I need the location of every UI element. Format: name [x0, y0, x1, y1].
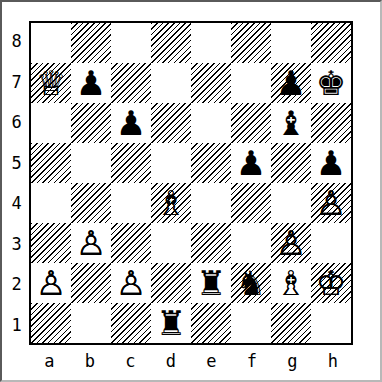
- square-g2[interactable]: ♗: [271, 263, 311, 303]
- file-label-h: h: [313, 346, 354, 376]
- square-d5[interactable]: [151, 143, 191, 183]
- square-h6[interactable]: [311, 103, 351, 143]
- rank-label-8: 8: [6, 21, 27, 62]
- square-d8[interactable]: [151, 23, 191, 63]
- square-h2[interactable]: ♔: [311, 263, 351, 303]
- rank-label-4: 4: [6, 183, 27, 224]
- square-c4[interactable]: [111, 183, 151, 223]
- rank-label-3: 3: [6, 224, 27, 265]
- square-c2[interactable]: ♙: [111, 263, 151, 303]
- square-g1[interactable]: [271, 303, 311, 343]
- black-pawn: ♟: [236, 143, 266, 183]
- black-knight: ♞: [236, 263, 266, 303]
- white-pawn: ♙: [76, 223, 106, 263]
- square-b3[interactable]: ♙: [71, 223, 111, 263]
- black-pawn: ♟: [316, 143, 346, 183]
- white-bishop: ♗: [156, 183, 186, 223]
- black-rook: ♜: [196, 263, 226, 303]
- square-a2[interactable]: ♙: [31, 263, 71, 303]
- rank-label-7: 7: [6, 62, 27, 103]
- square-h1[interactable]: [311, 303, 351, 343]
- square-b5[interactable]: [71, 143, 111, 183]
- square-b7[interactable]: ♟: [71, 63, 111, 103]
- square-a8[interactable]: [31, 23, 71, 63]
- square-c8[interactable]: [111, 23, 151, 63]
- square-a4[interactable]: [31, 183, 71, 223]
- square-e8[interactable]: [191, 23, 231, 63]
- rank-label-1: 1: [6, 305, 27, 346]
- square-e2[interactable]: ♜: [191, 263, 231, 303]
- square-g8[interactable]: [271, 23, 311, 63]
- square-f3[interactable]: [231, 223, 271, 263]
- white-queen: ♕: [36, 63, 66, 103]
- square-c6[interactable]: ♟: [111, 103, 151, 143]
- square-f4[interactable]: [231, 183, 271, 223]
- square-f1[interactable]: [231, 303, 271, 343]
- square-d4[interactable]: ♗: [151, 183, 191, 223]
- square-h8[interactable]: [311, 23, 351, 63]
- square-d7[interactable]: [151, 63, 191, 103]
- white-bishop: ♗: [276, 263, 306, 303]
- square-a5[interactable]: [31, 143, 71, 183]
- square-e5[interactable]: [191, 143, 231, 183]
- file-label-g: g: [272, 346, 313, 376]
- rank-label-2: 2: [6, 264, 27, 305]
- square-h3[interactable]: [311, 223, 351, 263]
- square-e1[interactable]: [191, 303, 231, 343]
- square-g4[interactable]: [271, 183, 311, 223]
- rank-label-6: 6: [6, 102, 27, 143]
- file-label-c: c: [110, 346, 151, 376]
- white-pawn: ♙: [36, 263, 66, 303]
- square-a1[interactable]: [31, 303, 71, 343]
- square-h7[interactable]: ♚: [311, 63, 351, 103]
- file-label-b: b: [70, 346, 111, 376]
- square-c1[interactable]: [111, 303, 151, 343]
- square-g7[interactable]: ♟: [271, 63, 311, 103]
- square-b1[interactable]: [71, 303, 111, 343]
- square-g6[interactable]: ♝: [271, 103, 311, 143]
- square-f6[interactable]: [231, 103, 271, 143]
- square-f7[interactable]: [231, 63, 271, 103]
- square-c3[interactable]: [111, 223, 151, 263]
- square-e6[interactable]: [191, 103, 231, 143]
- white-pawn: ♙: [116, 263, 146, 303]
- square-e4[interactable]: [191, 183, 231, 223]
- square-d2[interactable]: [151, 263, 191, 303]
- file-labels: a b c d e f g h: [29, 346, 353, 376]
- file-label-a: a: [29, 346, 70, 376]
- square-g3[interactable]: ♙: [271, 223, 311, 263]
- file-label-e: e: [191, 346, 232, 376]
- square-g5[interactable]: [271, 143, 311, 183]
- board: ♕♟♟♚♟♝♟♟♗♙♙♙♙♙♜♞♗♔♜: [31, 23, 351, 343]
- square-h5[interactable]: ♟: [311, 143, 351, 183]
- file-label-d: d: [151, 346, 192, 376]
- black-pawn: ♟: [76, 63, 106, 103]
- square-a7[interactable]: ♕: [31, 63, 71, 103]
- square-b8[interactable]: [71, 23, 111, 63]
- square-a3[interactable]: [31, 223, 71, 263]
- rank-labels: 8 7 6 5 4 3 2 1: [6, 21, 27, 345]
- square-a6[interactable]: [31, 103, 71, 143]
- square-b6[interactable]: [71, 103, 111, 143]
- white-pawn: ♙: [316, 183, 346, 223]
- square-e7[interactable]: [191, 63, 231, 103]
- black-king: ♚: [316, 63, 346, 103]
- square-f5[interactable]: ♟: [231, 143, 271, 183]
- square-d6[interactable]: [151, 103, 191, 143]
- black-pawn: ♟: [116, 103, 146, 143]
- square-d1[interactable]: ♜: [151, 303, 191, 343]
- white-king: ♔: [316, 263, 346, 303]
- square-c7[interactable]: [111, 63, 151, 103]
- square-b4[interactable]: [71, 183, 111, 223]
- square-d3[interactable]: [151, 223, 191, 263]
- square-e3[interactable]: [191, 223, 231, 263]
- square-f2[interactable]: ♞: [231, 263, 271, 303]
- square-h4[interactable]: ♙: [311, 183, 351, 223]
- square-b2[interactable]: [71, 263, 111, 303]
- rank-label-5: 5: [6, 143, 27, 184]
- white-pawn: ♙: [276, 223, 306, 263]
- black-rook: ♜: [156, 303, 186, 343]
- chess-diagram: 8 7 6 5 4 3 2 1 ♕♟♟♚♟♝♟♟♗♙♙♙♙♙♜♞♗♔♜ a b …: [0, 0, 382, 382]
- square-c5[interactable]: [111, 143, 151, 183]
- board-frame: ♕♟♟♚♟♝♟♟♗♙♙♙♙♙♜♞♗♔♜: [29, 21, 353, 345]
- black-pawn: ♟: [276, 63, 306, 103]
- square-f8[interactable]: [231, 23, 271, 63]
- black-bishop: ♝: [276, 103, 306, 143]
- file-label-f: f: [232, 346, 273, 376]
